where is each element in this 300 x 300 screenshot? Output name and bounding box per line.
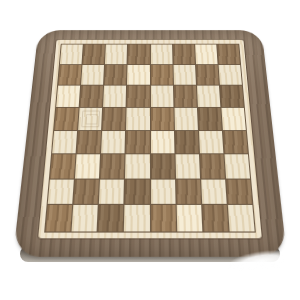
square-d5 <box>126 108 149 130</box>
square-e6 <box>150 86 173 107</box>
square-f1 <box>176 205 202 231</box>
square-b4 <box>77 131 102 154</box>
square-a8 <box>60 45 83 64</box>
square-c3 <box>100 154 125 178</box>
square-b8 <box>83 45 106 64</box>
square-b2 <box>73 179 99 204</box>
square-h2 <box>226 179 252 204</box>
square-g4 <box>199 131 224 154</box>
square-b3 <box>75 154 100 178</box>
square-c5 <box>102 108 126 130</box>
square-a2 <box>48 179 74 204</box>
square-h3 <box>224 154 250 178</box>
square-f2 <box>176 179 201 204</box>
square-c8 <box>105 45 127 64</box>
square-d3 <box>125 154 149 178</box>
square-h8 <box>217 45 240 64</box>
square-e8 <box>150 45 172 64</box>
square-d1 <box>124 205 149 231</box>
square-d2 <box>125 179 150 204</box>
square-c4 <box>101 131 125 154</box>
square-h5 <box>221 108 246 130</box>
square-g7 <box>196 65 219 85</box>
board-grid <box>44 44 256 233</box>
square-h7 <box>218 65 241 85</box>
square-g2 <box>201 179 227 204</box>
square-g1 <box>202 205 228 231</box>
square-f7 <box>173 65 196 85</box>
square-h1 <box>228 205 255 231</box>
square-g6 <box>197 86 221 107</box>
square-a4 <box>52 131 77 154</box>
photo-scene <box>0 0 300 300</box>
square-b6 <box>80 86 104 107</box>
square-a6 <box>56 86 80 107</box>
square-a7 <box>58 65 81 85</box>
square-f4 <box>175 131 199 154</box>
maker-stamp <box>82 110 100 127</box>
square-d6 <box>127 86 150 107</box>
square-a3 <box>50 154 76 178</box>
square-c6 <box>103 86 126 107</box>
square-a1 <box>45 205 72 231</box>
square-g5 <box>198 108 222 130</box>
square-e4 <box>150 131 174 154</box>
square-e1 <box>151 205 176 231</box>
square-c7 <box>104 65 127 85</box>
square-e3 <box>151 154 175 178</box>
square-g3 <box>200 154 225 178</box>
square-e5 <box>150 108 173 130</box>
square-a5 <box>54 108 79 130</box>
square-d4 <box>126 131 150 154</box>
square-h6 <box>220 86 244 107</box>
square-c1 <box>98 205 124 231</box>
square-e7 <box>150 65 172 85</box>
square-f6 <box>174 86 197 107</box>
square-d7 <box>127 65 149 85</box>
chessboard-product-photo <box>0 0 300 300</box>
square-h4 <box>223 131 248 154</box>
square-e2 <box>151 179 176 204</box>
square-d8 <box>128 45 150 64</box>
square-g8 <box>195 45 218 64</box>
square-b7 <box>81 65 104 85</box>
square-f5 <box>174 108 198 130</box>
square-b1 <box>72 205 98 231</box>
square-b5 <box>78 108 102 130</box>
square-f8 <box>173 45 195 64</box>
square-c2 <box>99 179 124 204</box>
square-f3 <box>175 154 200 178</box>
chess-board <box>13 30 287 257</box>
maple-border-inlay <box>38 40 262 239</box>
